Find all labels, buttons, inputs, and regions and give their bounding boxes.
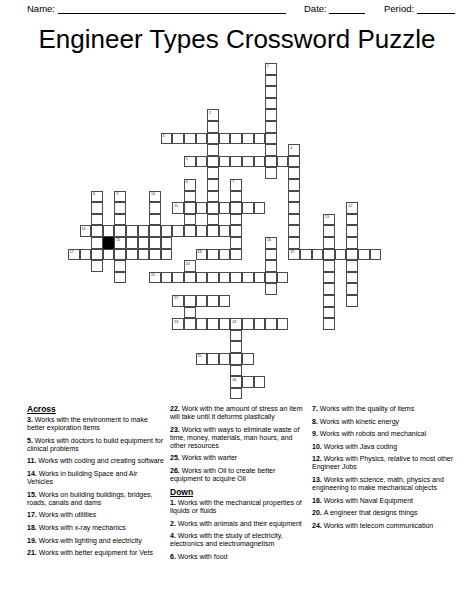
crossword-cell[interactable] [207,225,219,237]
crossword-cell[interactable] [265,144,277,156]
crossword-cell[interactable] [103,225,115,237]
crossword-cell[interactable] [184,214,196,226]
clue-item: 16. Works with Naval Equipment [312,497,464,505]
name-label: Name: [27,3,55,14]
crossword-cell[interactable]: 4 [288,144,300,156]
crossword-cell[interactable] [242,202,254,214]
crossword-cell[interactable] [172,225,184,237]
clue-number: 8 [93,192,95,196]
crossword-cell[interactable] [230,225,242,237]
clue-item: 17. Works with utilities [27,511,165,519]
crossword-grid[interactable]: 1234567891011121314151617181920212223242… [68,63,382,400]
crossword-cell[interactable] [230,353,242,365]
crossword-cell[interactable] [126,249,138,261]
crossword-cell[interactable]: 6 [184,179,196,191]
across-clues-column: Across 3. Works with the environment to … [27,405,165,562]
crossword-cell[interactable] [288,225,300,237]
clue-number: 19 [290,250,294,254]
crossword-cell[interactable] [254,133,266,145]
crossword-cell[interactable] [346,214,358,226]
page-title: Engineer Types Crossword Puzzle [0,24,474,55]
crossword-cell[interactable] [219,156,231,168]
crossword-cell[interactable] [103,249,115,261]
crossword-cell[interactable] [346,283,358,295]
clue-number: 4 [290,146,292,150]
clue-item: 26. Works with Oil to create better equi… [170,467,308,483]
crossword-cell[interactable] [207,295,219,307]
across-header: Across [27,405,165,413]
clue-item: 13. Works with science, math, physics an… [312,476,464,492]
crossword-cell[interactable] [196,295,208,307]
period-blank-line[interactable] [417,4,455,14]
clue-item: 7. Works with the quality of items [312,405,464,413]
crossword-cell[interactable] [254,272,266,284]
clue-number: 18 [197,250,201,254]
crossword-cell[interactable] [230,249,242,261]
crossword-cell[interactable] [184,202,196,214]
clue-number: 1 [267,64,269,68]
crossword-cell[interactable]: 13 [323,214,335,226]
crossword-cell[interactable] [161,249,173,261]
crossword-cell[interactable] [80,249,92,261]
middle-clues-column: 22. Work with the amount of stress an it… [170,405,308,565]
crossword-cell[interactable]: 25 [196,353,208,365]
date-field: Date: [304,3,365,14]
clue-number: 13 [325,215,329,219]
clue-item: 1. Works with the mechanical properties … [170,499,308,515]
crossword-cell[interactable] [126,225,138,237]
crossword-cell[interactable] [346,272,358,284]
crossword-cell[interactable] [149,225,161,237]
crossword-cell[interactable] [161,237,173,249]
crossword-cell[interactable] [219,295,231,307]
crossword-cell[interactable] [219,272,231,284]
crossword-cell[interactable] [230,214,242,226]
clue-number: 11 [174,204,178,208]
clue-number: 2 [209,111,211,115]
crossword-cell[interactable] [91,214,103,226]
name-blank-line[interactable] [58,4,286,14]
clue-number: 17 [70,250,74,254]
crossword-cell[interactable] [277,156,289,168]
crossword-cell[interactable] [149,214,161,226]
crossword-cell[interactable] [265,75,277,87]
crossword-cell[interactable] [184,318,196,330]
crossword-cell[interactable] [323,225,335,237]
crossword-cell[interactable] [219,318,231,330]
crossword-cell[interactable] [230,237,242,249]
crossword-cell[interactable] [126,237,138,249]
crossword-cell[interactable] [242,376,254,388]
crossword-cell[interactable] [323,295,335,307]
crossword-cell[interactable] [346,225,358,237]
crossword-cell[interactable] [207,191,219,203]
crossword-cell[interactable] [138,237,150,249]
crossword-cell[interactable] [358,249,370,261]
crossword-cell[interactable] [254,318,266,330]
crossword-cell[interactable]: 8 [91,191,103,203]
clue-item: 12. Works with Physics, relative to most… [312,455,464,471]
crossword-cell[interactable] [207,121,219,133]
clue-item: 5. Works with doctors to build equipment… [27,437,165,453]
crossword-cell[interactable] [323,237,335,249]
clue-item: 21. Works with better equipment for Vets [27,549,165,557]
crossword-cell[interactable] [196,318,208,330]
crossword-cell[interactable] [207,167,219,179]
crossword-cell[interactable] [288,214,300,226]
crossword-cell[interactable] [184,307,196,319]
crossword-cell[interactable] [184,191,196,203]
crossword-cell[interactable]: 14 [80,225,92,237]
clue-item: 18. Works with x-ray mechanics [27,524,165,532]
crossword-cell[interactable] [288,167,300,179]
date-label: Date: [304,3,327,14]
crossword-cell[interactable] [149,237,161,249]
clue-item: 11. Works with coding and creating softw… [27,457,165,465]
period-label: Period: [384,3,414,14]
crossword-cell[interactable] [323,283,335,295]
crossword-cell[interactable] [207,133,219,145]
clue-number: 15 [116,238,120,242]
clue-item: 9. Works with robots and mechanical [312,430,464,438]
crossword-cell[interactable] [91,225,103,237]
crossword-cell[interactable] [114,249,126,261]
clue-item: 10. Works with Java coding [312,443,464,451]
crossword-cell[interactable] [114,202,126,214]
crossword-cell[interactable] [196,272,208,284]
crossword-cell[interactable] [172,272,184,284]
clue-item: 3. Works with the environment to make be… [27,416,165,432]
down-clues-column: 7. Works with the quality of items8. Wor… [312,405,464,535]
crossword-cell[interactable] [138,249,150,261]
crossword-cell[interactable] [312,249,324,261]
crossword-cell[interactable] [346,295,358,307]
crossword-cell[interactable] [242,318,254,330]
crossword-cell[interactable] [114,214,126,226]
crossword-cell[interactable] [196,133,208,145]
period-field: Period: [384,3,455,14]
crossword-cell[interactable] [346,249,358,261]
crossword-cell[interactable] [265,86,277,98]
crossword-cell[interactable] [207,179,219,191]
crossword-cell[interactable] [91,260,103,272]
crossword-cell[interactable] [138,225,150,237]
crossword-cell[interactable] [91,237,103,249]
crossword-cell[interactable] [265,156,277,168]
clue-number: 12 [348,204,352,208]
crossword-cell[interactable] [219,249,231,261]
clue-item: 2. Works with animals and their equipmen… [170,520,308,528]
crossword-cell[interactable]: 7 [230,179,242,191]
clue-number: 3 [163,134,165,138]
crossword-cell[interactable] [242,156,254,168]
crossword-cell[interactable] [265,260,277,272]
crossword-cell[interactable] [207,214,219,226]
crossword-cell[interactable]: 5 [184,156,196,168]
clue-item: 14. Works in building Space and Air Vehi… [27,470,165,486]
clue-item: 23. Works with ways to eliminate waste o… [170,426,308,450]
crossword-cell[interactable] [242,353,254,365]
crossword-cell[interactable] [277,272,289,284]
crossword-cell[interactable] [207,272,219,284]
crossword-cell[interactable] [184,133,196,145]
clue-item: 24. Works with telecom communication [312,522,464,530]
crossword-cell[interactable] [254,202,266,214]
crossword-cell[interactable] [91,249,103,261]
clue-number: 6 [186,180,188,184]
crossword-cell[interactable] [230,341,242,353]
crossword-cell[interactable]: 2 [207,109,219,121]
crossword-cell[interactable] [323,272,335,284]
crossword-cell[interactable] [288,202,300,214]
clue-number: 14 [81,227,85,231]
crossword-cell[interactable]: 17 [68,249,80,261]
clue-number: 25 [197,354,201,358]
crossword-cell[interactable]: 24 [230,318,242,330]
crossword-cell[interactable] [230,156,242,168]
clue-number: 16 [267,238,271,242]
crossword-cell[interactable]: 15 [114,237,126,249]
clue-item: 20. A engineer that designs things [312,509,464,517]
crossword-cell[interactable] [161,272,173,284]
crossword-cell[interactable] [196,202,208,214]
crossword-cell[interactable]: 22 [172,295,184,307]
crossword-cell[interactable] [265,318,277,330]
crossword-cell[interactable] [114,260,126,272]
crossword-cell[interactable] [219,225,231,237]
crossword-cell[interactable] [265,121,277,133]
crossword-cell[interactable] [207,144,219,156]
clue-item: 25. Works with warter [170,454,308,462]
clue-item: 19. Works with lighting and electricity [27,537,165,545]
crossword-cell[interactable] [323,260,335,272]
crossword-cell[interactable] [184,272,196,284]
crossword-cell[interactable]: 3 [161,133,173,145]
crossword-cell[interactable] [230,191,242,203]
crossword-cell[interactable]: 21 [149,272,161,284]
crossword-cell[interactable] [91,202,103,214]
crossword-cell[interactable]: 12 [346,202,358,214]
crossword-cell[interactable] [265,109,277,121]
crossword-cell[interactable] [288,156,300,168]
clue-number: 22 [174,296,178,300]
name-field: Name: [27,3,286,14]
clue-number: 5 [186,157,188,161]
crossword-cell[interactable] [300,249,312,261]
clue-item: 8. Works with kinetic energy [312,418,464,426]
crossword-cell[interactable] [265,98,277,110]
crossword-cell[interactable]: 9 [114,191,126,203]
crossword-cell[interactable] [335,249,347,261]
crossword-cell[interactable] [114,225,126,237]
crossword-cell[interactable] [207,156,219,168]
crossword-cell[interactable] [277,318,289,330]
crossword-cell[interactable]: 16 [265,237,277,249]
crossword-cell[interactable] [184,225,196,237]
crossword-cell[interactable] [288,179,300,191]
crossword-cell[interactable] [346,237,358,249]
clue-number: 21 [151,273,155,277]
black-cell [103,237,115,249]
crossword-cell[interactable] [323,307,335,319]
crossword-cell[interactable] [219,133,231,145]
crossword-cell[interactable] [265,167,277,179]
crossword-cell[interactable] [219,353,231,365]
crossword-cell[interactable]: 1 [265,63,277,75]
crossword-cell[interactable] [207,249,219,261]
clue-number: 23 [174,320,178,324]
crossword-cell[interactable]: 23 [172,318,184,330]
crossword-cell[interactable] [323,249,335,261]
crossword-cell[interactable]: 26 [230,376,242,388]
crossword-cell[interactable] [265,272,277,284]
crossword-cell[interactable] [242,272,254,284]
clue-number: 20 [186,262,190,266]
crossword-cell[interactable] [265,249,277,261]
crossword-cell[interactable] [172,133,184,145]
crossword-cell[interactable] [184,295,196,307]
crossword-cell[interactable] [196,156,208,168]
crossword-cell[interactable] [207,318,219,330]
date-blank-line[interactable] [329,4,365,14]
crossword-cell[interactable] [219,202,231,214]
crossword-cell[interactable] [196,225,208,237]
clue-number: 24 [232,320,236,324]
clue-number: 9 [116,192,118,196]
clue-item: 15. Works on building buildings, bridges… [27,491,165,507]
crossword-cell[interactable] [230,133,242,145]
crossword-cell[interactable] [323,318,335,330]
crossword-cell[interactable]: 20 [184,260,196,272]
crossword-cell[interactable] [149,249,161,261]
crossword-cell[interactable] [230,365,242,377]
crossword-cell[interactable] [230,388,242,400]
clue-item: 22. Work with the amount of stress an it… [170,405,308,421]
clue-number: 7 [232,180,234,184]
crossword-cell[interactable]: 18 [196,249,208,261]
crossword-cell[interactable] [346,260,358,272]
crossword-cell[interactable] [254,156,266,168]
crossword-cell[interactable] [288,237,300,249]
crossword-cell[interactable] [288,191,300,203]
down-header: Down [170,488,308,496]
crossword-cell[interactable] [230,272,242,284]
crossword-cell[interactable] [230,330,242,342]
clue-item: 6. Works with food [170,553,308,561]
clue-number: 26 [232,378,236,382]
crossword-cell[interactable]: 19 [288,249,300,261]
crossword-cell[interactable] [242,133,254,145]
crossword-cell[interactable]: 10 [149,191,161,203]
crossword-cell[interactable]: 11 [172,202,184,214]
crossword-cell[interactable] [254,376,266,388]
crossword-cell[interactable] [149,202,161,214]
crossword-cell[interactable] [207,202,219,214]
crossword-cell[interactable] [230,202,242,214]
crossword-cell[interactable] [265,133,277,145]
crossword-cell[interactable] [370,249,382,261]
crossword-cell[interactable] [114,272,126,284]
clue-item: 4. Works with the study of electricity, … [170,532,308,548]
crossword-cell[interactable] [207,353,219,365]
crossword-cell[interactable] [265,283,277,295]
clue-number: 10 [151,192,155,196]
crossword-cell[interactable] [161,225,173,237]
